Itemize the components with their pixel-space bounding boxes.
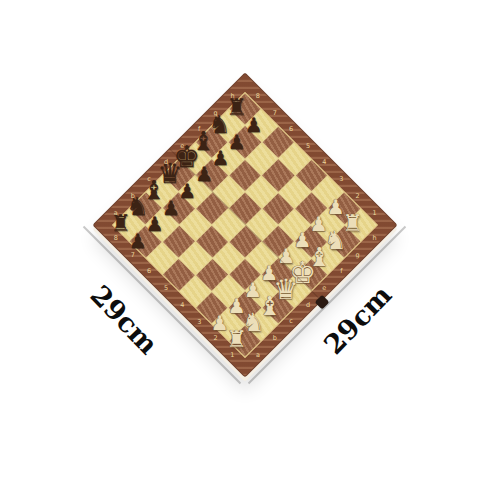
- piece-black-pawn: ♟: [145, 214, 163, 234]
- product-photo: abcdefgh abcdefgh 87654321 87654321 ♜♞♝♛…: [0, 0, 500, 500]
- piece-black-pawn: ♟: [178, 181, 196, 201]
- coordinate-label: e: [170, 140, 194, 151]
- coordinate-label: g: [346, 249, 370, 260]
- coordinate-label: d: [296, 299, 320, 310]
- coordinate-label: 4: [177, 293, 188, 317]
- piece-black-pawn: ♟: [211, 148, 229, 168]
- coordinate-label: c: [279, 315, 303, 326]
- coordinate-label: g: [204, 107, 228, 118]
- coordinate-label: 1: [227, 342, 238, 366]
- coordinate-label: 2: [352, 184, 363, 207]
- coordinate-label: 5: [302, 134, 313, 158]
- coordinate-label: 3: [193, 309, 204, 333]
- coordinate-label: a: [246, 349, 270, 360]
- piece-black-pawn: ♟: [244, 115, 262, 135]
- coordinate-label: h: [362, 232, 386, 243]
- coordinate-label: 1: [369, 200, 380, 223]
- piece-black-pawn: ♟: [228, 131, 246, 151]
- coordinate-label: 6: [144, 259, 155, 283]
- piece-black-pawn: ♟: [195, 164, 213, 184]
- coordinate-label: e: [313, 282, 337, 293]
- coordinate-label: b: [121, 190, 145, 201]
- coordinate-label: b: [263, 332, 287, 343]
- coordinate-label: 7: [127, 243, 138, 266]
- piece-black-pawn: ♟: [162, 197, 180, 217]
- piece-white-rook: ♜: [342, 212, 363, 235]
- coordinate-label: 5: [160, 276, 171, 300]
- coordinate-label: 8: [252, 84, 263, 108]
- coordinate-label: h: [220, 90, 244, 101]
- coordinate-label: 6: [286, 117, 297, 141]
- coordinate-label: c: [137, 173, 161, 184]
- coordinate-label: 8: [110, 226, 121, 250]
- coordinate-label: f: [187, 124, 211, 135]
- coordinate-label: 7: [269, 101, 280, 125]
- coordinate-label: 3: [335, 167, 346, 191]
- coordinate-label: d: [154, 157, 178, 168]
- coordinate-label: 2: [210, 326, 221, 350]
- coordinate-label: a: [104, 207, 128, 218]
- coordinate-label: 4: [319, 150, 330, 174]
- coordinate-label: f: [329, 266, 353, 277]
